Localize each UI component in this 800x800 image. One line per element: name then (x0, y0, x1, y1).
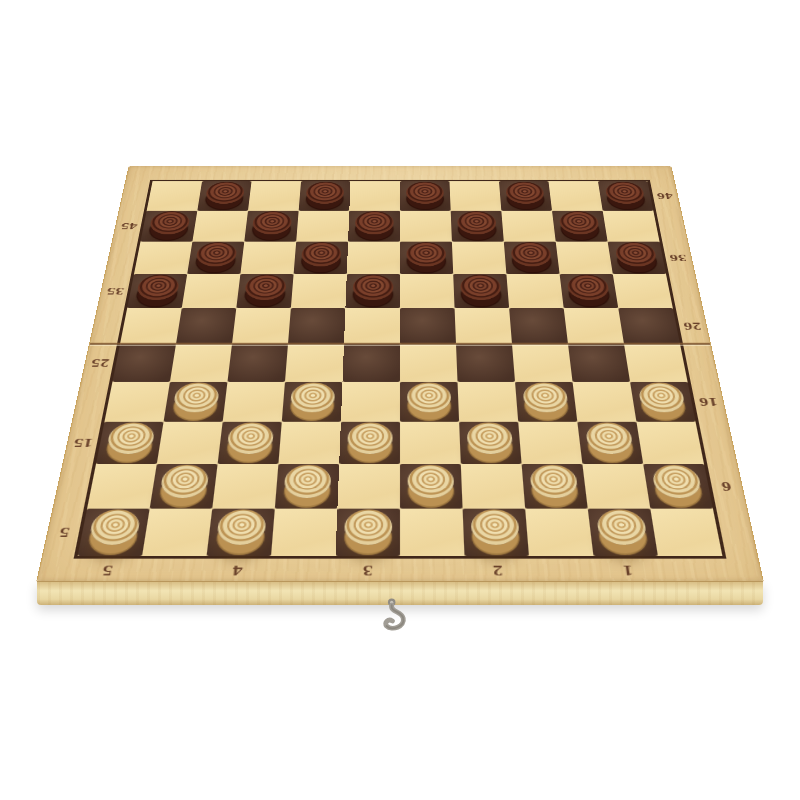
dark-piece[interactable] (205, 182, 246, 204)
board-square[interactable] (344, 308, 400, 344)
dark-piece[interactable] (406, 182, 444, 204)
light-piece[interactable] (467, 422, 514, 453)
latch-hook-icon (374, 598, 418, 644)
board-square[interactable] (456, 344, 515, 382)
board-square[interactable] (588, 509, 658, 556)
light-piece[interactable] (407, 383, 451, 413)
board-square[interactable] (455, 308, 512, 344)
board-square[interactable] (515, 382, 577, 422)
board-square[interactable] (278, 422, 340, 464)
board-square[interactable] (342, 344, 400, 382)
light-piece[interactable] (470, 509, 520, 544)
dark-piece[interactable] (148, 211, 191, 234)
board-grid (78, 181, 723, 556)
board-square[interactable] (282, 382, 343, 422)
coordinate-label: 3 (362, 561, 373, 579)
board-square[interactable] (573, 382, 637, 422)
board-square[interactable] (400, 422, 461, 464)
board-square[interactable] (147, 181, 202, 210)
coordinate-label: 25 (89, 356, 110, 370)
board-square[interactable] (275, 464, 339, 509)
board-square[interactable] (643, 464, 713, 509)
board-square[interactable] (525, 509, 593, 556)
board-square[interactable] (296, 211, 349, 242)
board-square[interactable] (449, 181, 501, 210)
light-piece[interactable] (172, 383, 220, 413)
dark-piece[interactable] (406, 242, 446, 266)
light-piece[interactable] (290, 383, 335, 413)
light-piece[interactable] (585, 422, 634, 453)
board-square[interactable] (577, 422, 643, 464)
board-square[interactable] (608, 242, 666, 274)
coordinate-label: 45 (120, 220, 139, 231)
board-square[interactable] (624, 344, 688, 382)
board-square[interactable] (518, 422, 582, 464)
board-square[interactable] (337, 464, 400, 509)
light-piece[interactable] (88, 509, 142, 544)
light-piece[interactable] (637, 383, 686, 413)
coordinate-label: 16 (697, 394, 719, 408)
board-square[interactable] (452, 242, 506, 274)
dark-piece[interactable] (614, 242, 658, 266)
board-square[interactable] (223, 382, 285, 422)
dark-piece[interactable] (505, 182, 545, 204)
board-square[interactable] (400, 242, 453, 274)
dark-piece[interactable] (136, 275, 181, 300)
dark-piece[interactable] (510, 242, 552, 266)
board-square[interactable] (461, 464, 525, 509)
dark-piece[interactable] (604, 182, 645, 204)
dark-piece[interactable] (353, 275, 394, 300)
draughts-board: 45352515546362616654321 (37, 166, 763, 583)
board-square[interactable] (134, 242, 192, 274)
light-piece[interactable] (408, 465, 455, 498)
board-square[interactable] (271, 509, 337, 556)
light-piece[interactable] (596, 509, 648, 544)
coordinate-label: 5 (57, 524, 71, 541)
coordinate-label: 15 (72, 435, 94, 450)
light-piece[interactable] (651, 465, 703, 498)
light-piece[interactable] (216, 509, 267, 544)
board-square[interactable] (349, 181, 400, 210)
dark-piece[interactable] (195, 242, 238, 266)
board-square[interactable] (568, 344, 630, 382)
board-square[interactable] (603, 211, 660, 242)
board-square[interactable] (120, 308, 182, 344)
board-square[interactable] (164, 382, 228, 422)
board-square[interactable] (504, 242, 560, 274)
dark-piece[interactable] (460, 275, 502, 300)
board-square[interactable] (564, 308, 624, 344)
dark-piece[interactable] (244, 275, 287, 300)
board-square[interactable] (458, 382, 519, 422)
board-square[interactable] (140, 211, 197, 242)
dark-piece[interactable] (301, 242, 342, 266)
board-square[interactable] (400, 308, 456, 344)
board-square[interactable] (400, 344, 458, 382)
board-square[interactable] (197, 181, 251, 210)
board-square[interactable] (294, 242, 348, 274)
light-piece[interactable] (283, 465, 331, 498)
light-piece[interactable] (522, 383, 569, 413)
board-square[interactable] (299, 181, 351, 210)
dark-piece[interactable] (558, 211, 600, 234)
board-square[interactable] (582, 464, 650, 509)
board-square[interactable] (400, 274, 455, 308)
board-square[interactable] (522, 464, 588, 509)
board-square[interactable] (598, 181, 653, 210)
board-square[interactable] (248, 181, 301, 210)
board-square[interactable] (112, 344, 176, 382)
board-square[interactable] (236, 274, 293, 308)
board-square[interactable] (288, 308, 345, 344)
board-square[interactable] (341, 382, 400, 422)
board-square[interactable] (451, 211, 504, 242)
board-square[interactable] (347, 242, 400, 274)
coordinate-label: 6 (719, 478, 732, 494)
light-piece[interactable] (347, 422, 392, 453)
board-square[interactable] (506, 274, 563, 308)
board-square[interactable] (96, 422, 164, 464)
board-square[interactable] (463, 509, 529, 556)
coordinate-label: 36 (668, 252, 687, 264)
board-square[interactable] (182, 274, 241, 308)
board-square[interactable] (636, 422, 704, 464)
board-square[interactable] (400, 382, 459, 422)
board-square[interactable] (285, 344, 344, 382)
dark-piece[interactable] (457, 211, 497, 234)
board-square[interactable] (87, 464, 157, 509)
board-square[interactable] (345, 274, 400, 308)
board-square[interactable] (348, 211, 400, 242)
board-square[interactable] (150, 464, 218, 509)
light-piece[interactable] (226, 422, 274, 453)
board-square[interactable] (556, 242, 613, 274)
board-square[interactable] (400, 464, 463, 509)
board-square[interactable] (499, 181, 552, 210)
playing-field (74, 180, 727, 559)
dark-piece[interactable] (566, 275, 610, 300)
board-square[interactable] (176, 308, 236, 344)
light-piece[interactable] (159, 465, 210, 498)
board-square[interactable] (232, 308, 291, 344)
board-square[interactable] (400, 211, 452, 242)
board-square[interactable] (509, 308, 568, 344)
board-square[interactable] (613, 274, 673, 308)
board-square[interactable] (187, 242, 244, 274)
dark-piece[interactable] (355, 211, 394, 234)
coordinate-label: 4 (231, 561, 243, 579)
board-square[interactable] (336, 509, 400, 556)
fold-seam (90, 343, 710, 345)
board-square[interactable] (207, 509, 275, 556)
board-square[interactable] (618, 308, 680, 344)
coordinate-label: 46 (656, 191, 674, 202)
board-square[interactable] (630, 382, 695, 422)
board-square[interactable] (170, 344, 232, 382)
board-scene: 45352515546362616654321 (0, 0, 800, 800)
board-square[interactable] (400, 509, 464, 556)
board-square[interactable] (459, 422, 521, 464)
board-square[interactable] (339, 422, 400, 464)
board-square[interactable] (560, 274, 619, 308)
board-square[interactable] (552, 211, 608, 242)
coordinate-label: 1 (621, 561, 634, 579)
board-square[interactable] (227, 344, 288, 382)
board-square[interactable] (240, 242, 296, 274)
board-square[interactable] (212, 464, 278, 509)
board-square[interactable] (501, 211, 555, 242)
board-square[interactable] (244, 211, 298, 242)
board-face: 45352515546362616654321 (37, 166, 763, 583)
coordinate-label: 26 (682, 319, 702, 332)
coordinate-label: 35 (105, 285, 125, 297)
board-square[interactable] (218, 422, 282, 464)
board-square[interactable] (142, 509, 212, 556)
board-square[interactable] (157, 422, 223, 464)
dark-piece[interactable] (306, 182, 345, 204)
board-square[interactable] (127, 274, 187, 308)
board-square[interactable] (650, 509, 722, 556)
board-square[interactable] (192, 211, 248, 242)
board-square[interactable] (548, 181, 602, 210)
light-piece[interactable] (529, 465, 578, 498)
light-piece[interactable] (106, 422, 156, 453)
board-square[interactable] (512, 344, 573, 382)
board-square[interactable] (400, 181, 451, 210)
coordinate-label: 5 (100, 561, 114, 579)
coordinate-label: 2 (492, 561, 504, 579)
board-square[interactable] (104, 382, 169, 422)
board-square[interactable] (78, 509, 150, 556)
board-square[interactable] (453, 274, 509, 308)
dark-piece[interactable] (252, 211, 293, 234)
board-square[interactable] (291, 274, 347, 308)
light-piece[interactable] (344, 509, 392, 544)
